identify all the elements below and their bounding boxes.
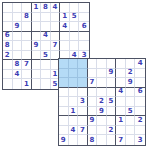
grid2-cell-r7c1[interactable]: [59, 116, 69, 126]
grid2-cell-r7c2[interactable]: [69, 116, 79, 126]
grid1-cell-r2c7[interactable]: 1: [60, 13, 70, 23]
grid1-cell-r1c4[interactable]: 1: [32, 3, 42, 13]
grid1-cell-r1c1[interactable]: [3, 3, 13, 13]
grid1-cell-r1c7[interactable]: [60, 3, 70, 13]
grid2-cell-r6c6[interactable]: [107, 107, 117, 117]
grid1-cell-r8c2[interactable]: 4: [13, 70, 23, 80]
grid1-cell-r5c1[interactable]: 8: [3, 41, 13, 51]
grid2-cell-r7c8[interactable]: [126, 116, 136, 126]
grid2-cell-r5c8[interactable]: [126, 97, 136, 107]
grid2-cell-r1c1[interactable]: [59, 59, 69, 69]
grid2-cell-r1c5[interactable]: [97, 59, 107, 69]
grid2-cell-r6c4[interactable]: [88, 107, 98, 117]
grid2-cell-r6c3[interactable]: [78, 107, 88, 117]
grid2-cell-r4c8[interactable]: [126, 88, 136, 98]
grid2-cell-r9c9[interactable]: 3: [135, 135, 145, 145]
grid2-cell-r3c3[interactable]: [78, 78, 88, 88]
grid1-cell-r3c7[interactable]: 4: [60, 22, 70, 32]
grid1-cell-r8c3[interactable]: [22, 70, 32, 80]
grid2-cell-r8c5[interactable]: [97, 126, 107, 136]
grid2-cell-r9c6[interactable]: [107, 135, 117, 145]
grid1-cell-r3c6[interactable]: [51, 22, 61, 32]
grid2-cell-r1c8[interactable]: [126, 59, 136, 69]
grid2-cell-r5c3[interactable]: 3: [78, 97, 88, 107]
grid1-cell-r2c5[interactable]: [41, 13, 51, 23]
grid2-cell-r8c8[interactable]: [126, 126, 136, 136]
grid2-cell-r3c9[interactable]: [135, 78, 145, 88]
grid2-cell-r5c2[interactable]: [69, 97, 79, 107]
grid2-cell-r2c1[interactable]: [59, 69, 69, 79]
grid1-cell-r4c2[interactable]: [13, 32, 23, 42]
sudoku-grid-bottom-right: 49279463251959124729873: [58, 58, 146, 146]
grid2-cell-r6c2[interactable]: 1: [69, 107, 79, 117]
grid2-cell-r1c3[interactable]: [78, 59, 88, 69]
grid2-cell-r7c3[interactable]: [78, 116, 88, 126]
grid2-cell-r1c6[interactable]: [107, 59, 117, 69]
grid1-cell-r5c2[interactable]: [13, 41, 23, 51]
grid2-cell-r2c4[interactable]: [88, 69, 98, 79]
grid1-cell-r2c6[interactable]: [51, 13, 61, 23]
grid2-cell-r9c2[interactable]: [69, 135, 79, 145]
grid1-cell-r9c2[interactable]: [13, 79, 23, 89]
grid1-cell-r5c7[interactable]: [60, 41, 70, 51]
grid2-cell-r5c6[interactable]: 5: [107, 97, 117, 107]
grid1-cell-r4c8[interactable]: [70, 32, 80, 42]
grid1-cell-r6c3[interactable]: [22, 51, 32, 61]
grid2-cell-r7c9[interactable]: 2: [135, 116, 145, 126]
grid1-cell-r1c8[interactable]: [70, 3, 80, 13]
grid2-cell-r8c6[interactable]: 2: [107, 126, 117, 136]
grid2-cell-r7c4[interactable]: 9: [88, 116, 98, 126]
grid2-cell-r9c5[interactable]: [97, 135, 107, 145]
grid2-cell-r4c6[interactable]: [107, 88, 117, 98]
grid2-cell-r4c1[interactable]: [59, 88, 69, 98]
grid1-cell-r4c5[interactable]: 4: [41, 32, 51, 42]
grid1-cell-r6c5[interactable]: 5: [41, 51, 51, 61]
grid2-cell-r2c7[interactable]: [116, 69, 126, 79]
grid2-cell-r9c4[interactable]: 8: [88, 135, 98, 145]
grid2-cell-r4c4[interactable]: [88, 88, 98, 98]
grid1-cell-r6c4[interactable]: [32, 51, 42, 61]
grid1-cell-r3c1[interactable]: [3, 22, 13, 32]
grid2-cell-r4c2[interactable]: [69, 88, 79, 98]
grid1-cell-r3c3[interactable]: [22, 22, 32, 32]
grid1-cell-r3c9[interactable]: 6: [79, 22, 89, 32]
grid1-cell-r4c3[interactable]: [22, 32, 32, 42]
grid2-cell-r2c9[interactable]: [135, 69, 145, 79]
grid1-cell-r5c3[interactable]: [22, 41, 32, 51]
grid2-cell-r3c8[interactable]: 9: [126, 78, 136, 88]
grid1-cell-r4c7[interactable]: [60, 32, 70, 42]
grid2-cell-r5c7[interactable]: [116, 97, 126, 107]
grid1-cell-r8c5[interactable]: [41, 70, 51, 80]
grid2-cell-r3c4[interactable]: 7: [88, 78, 98, 88]
grid1-cell-r7c1[interactable]: [3, 60, 13, 70]
grid1-cell-r3c2[interactable]: 9: [13, 22, 23, 32]
grid1-cell-r1c9[interactable]: [79, 3, 89, 13]
grid2-cell-r3c6[interactable]: [107, 78, 117, 88]
grid1-cell-r4c1[interactable]: 6: [3, 32, 13, 42]
grid2-cell-r4c9[interactable]: 6: [135, 88, 145, 98]
grid1-cell-r9c4[interactable]: [32, 79, 42, 89]
grid1-cell-r5c6[interactable]: 7: [51, 41, 61, 51]
grid2-cell-r5c1[interactable]: [59, 97, 69, 107]
grid2-cell-r5c5[interactable]: 2: [97, 97, 107, 107]
grid2-cell-r1c7[interactable]: [116, 59, 126, 69]
grid2-cell-r5c9[interactable]: [135, 97, 145, 107]
grid2-cell-r1c2[interactable]: [69, 59, 79, 69]
grid1-cell-r5c8[interactable]: [70, 41, 80, 51]
grid1-cell-r2c4[interactable]: [32, 13, 42, 23]
grid1-cell-r6c2[interactable]: [13, 51, 23, 61]
grid1-cell-r7c2[interactable]: 8: [13, 60, 23, 70]
grid1-cell-r9c3[interactable]: 1: [22, 79, 32, 89]
grid2-cell-r6c5[interactable]: 9: [97, 107, 107, 117]
grid1-cell-r2c1[interactable]: [3, 13, 13, 23]
grid2-cell-r8c2[interactable]: 4: [69, 126, 79, 136]
grid1-cell-r8c4[interactable]: [32, 70, 42, 80]
grid2-cell-r9c1[interactable]: 9: [59, 135, 69, 145]
grid2-cell-r6c7[interactable]: [116, 107, 126, 117]
twodoku-board: 184815946648972543874115 492794632519591…: [0, 0, 150, 150]
grid2-cell-r3c2[interactable]: [69, 78, 79, 88]
grid1-cell-r1c6[interactable]: 4: [51, 3, 61, 13]
grid2-cell-r2c8[interactable]: 2: [126, 69, 136, 79]
grid1-cell-r9c1[interactable]: [3, 79, 13, 89]
grid1-cell-r3c8[interactable]: [70, 22, 80, 32]
grid2-cell-r8c4[interactable]: [88, 126, 98, 136]
grid2-cell-r6c8[interactable]: 5: [126, 107, 136, 117]
grid1-cell-r1c5[interactable]: 8: [41, 3, 51, 13]
grid2-cell-r2c6[interactable]: 9: [107, 69, 117, 79]
grid1-cell-r2c3[interactable]: 8: [22, 13, 32, 23]
grid1-cell-r6c1[interactable]: 2: [3, 51, 13, 61]
grid2-cell-r1c4[interactable]: [88, 59, 98, 69]
grid2-cell-r7c7[interactable]: 1: [116, 116, 126, 126]
grid1-cell-r2c2[interactable]: [13, 13, 23, 23]
grid1-cell-r3c4[interactable]: [32, 22, 42, 32]
grid2-cell-r9c3[interactable]: [78, 135, 88, 145]
grid2-cell-r3c7[interactable]: [116, 78, 126, 88]
grid2-cell-r4c7[interactable]: 4: [116, 88, 126, 98]
grid1-cell-r4c9[interactable]: [79, 32, 89, 42]
grid2-cell-r4c3[interactable]: [78, 88, 88, 98]
grid1-cell-r4c6[interactable]: [51, 32, 61, 42]
grid1-cell-r1c3[interactable]: [22, 3, 32, 13]
grid2-cell-r7c6[interactable]: [107, 116, 117, 126]
grid2-cell-r2c5[interactable]: [97, 69, 107, 79]
grid2-cell-r5c4[interactable]: [88, 97, 98, 107]
grid2-cell-r7c5[interactable]: [97, 116, 107, 126]
grid1-cell-r7c4[interactable]: [32, 60, 42, 70]
grid1-cell-r7c3[interactable]: 7: [22, 60, 32, 70]
grid2-cell-r3c5[interactable]: [97, 78, 107, 88]
grid1-cell-r1c2[interactable]: [13, 3, 23, 13]
grid2-cell-r8c7[interactable]: [116, 126, 126, 136]
grid2-cell-r4c5[interactable]: [97, 88, 107, 98]
grid2-cell-r8c3[interactable]: 7: [78, 126, 88, 136]
grid1-cell-r5c9[interactable]: [79, 41, 89, 51]
grid2-cell-r8c1[interactable]: [59, 126, 69, 136]
grid1-cell-r3c5[interactable]: [41, 22, 51, 32]
grid1-cell-r5c5[interactable]: [41, 41, 51, 51]
grid2-cell-r1c9[interactable]: 4: [135, 59, 145, 69]
grid2-cell-r3c1[interactable]: [59, 78, 69, 88]
grid1-cell-r2c9[interactable]: [79, 13, 89, 23]
grid1-cell-r9c5[interactable]: [41, 79, 51, 89]
grid1-cell-r7c5[interactable]: [41, 60, 51, 70]
grid2-cell-r6c1[interactable]: [59, 107, 69, 117]
grid2-cell-r9c7[interactable]: 7: [116, 135, 126, 145]
grid2-cell-r2c3[interactable]: [78, 69, 88, 79]
grid1-cell-r8c1[interactable]: [3, 70, 13, 80]
grid1-cell-r4c4[interactable]: [32, 32, 42, 42]
grid2-cell-r2c2[interactable]: [69, 69, 79, 79]
grid2-cell-r9c8[interactable]: [126, 135, 136, 145]
grid1-cell-r5c4[interactable]: 9: [32, 41, 42, 51]
grid1-cell-r2c8[interactable]: 5: [70, 13, 80, 23]
grid2-cell-r6c9[interactable]: [135, 107, 145, 117]
grid2-cell-r8c9[interactable]: [135, 126, 145, 136]
